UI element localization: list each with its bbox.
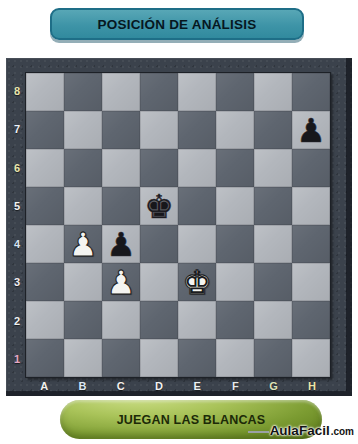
square-c6[interactable] [102,149,140,187]
square-g1[interactable] [254,339,292,377]
chess-board[interactable]: ♟♚♟♟♟♚ [25,72,331,378]
square-b4[interactable]: ♟ [64,225,102,263]
square-f8[interactable] [216,73,254,111]
rank-label-1: 1 [10,340,24,378]
file-label-F: F [216,378,254,394]
square-h6[interactable] [292,149,330,187]
file-labels: ABCDEFGH [25,378,331,394]
square-c1[interactable] [102,339,140,377]
rank-label-7: 7 [10,110,24,148]
square-a2[interactable] [26,301,64,339]
square-a5[interactable] [26,187,64,225]
square-b3[interactable] [64,263,102,301]
square-e1[interactable] [178,339,216,377]
page: POSICIÓN DE ANÁLISIS 87654321 ♟♚♟♟♟♚ ABC… [0,0,358,444]
square-g8[interactable] [254,73,292,111]
square-e3[interactable]: ♚ [178,263,216,301]
square-d4[interactable] [140,225,178,263]
square-b8[interactable] [64,73,102,111]
logo-tld: .com [331,426,354,437]
square-d7[interactable] [140,111,178,149]
square-h8[interactable] [292,73,330,111]
white-pawn[interactable]: ♟ [102,263,140,301]
square-h1[interactable] [292,339,330,377]
square-e5[interactable] [178,187,216,225]
rank-labels: 87654321 [10,72,24,378]
square-c5[interactable] [102,187,140,225]
square-h4[interactable] [292,225,330,263]
black-pawn[interactable]: ♟ [102,225,140,263]
square-d6[interactable] [140,149,178,187]
square-b2[interactable] [64,301,102,339]
square-g6[interactable] [254,149,292,187]
rank-label-2: 2 [10,302,24,340]
square-g2[interactable] [254,301,292,339]
square-d8[interactable] [140,73,178,111]
square-f7[interactable] [216,111,254,149]
file-label-G: G [255,378,293,394]
square-h5[interactable] [292,187,330,225]
black-king[interactable]: ♚ [140,187,178,225]
analysis-position-banner: POSICIÓN DE ANÁLISIS [50,8,304,40]
square-f6[interactable] [216,149,254,187]
square-c4[interactable]: ♟ [102,225,140,263]
square-c3[interactable]: ♟ [102,263,140,301]
square-b6[interactable] [64,149,102,187]
square-f5[interactable] [216,187,254,225]
square-a1[interactable] [26,339,64,377]
square-e8[interactable] [178,73,216,111]
square-c2[interactable] [102,301,140,339]
file-label-H: H [293,378,331,394]
file-label-D: D [140,378,178,394]
square-d5[interactable]: ♚ [140,187,178,225]
square-f3[interactable] [216,263,254,301]
square-c7[interactable] [102,111,140,149]
file-label-C: C [102,378,140,394]
square-f1[interactable] [216,339,254,377]
square-a4[interactable] [26,225,64,263]
square-g7[interactable] [254,111,292,149]
white-king[interactable]: ♚ [178,263,216,301]
square-h3[interactable] [292,263,330,301]
side-to-move-label: JUEGAN LAS BLANCAS [117,413,266,427]
white-pawn[interactable]: ♟ [64,225,102,263]
square-a3[interactable] [26,263,64,301]
rank-label-3: 3 [10,263,24,301]
square-a7[interactable] [26,111,64,149]
square-f2[interactable] [216,301,254,339]
square-e2[interactable] [178,301,216,339]
aulafacil-logo[interactable]: AulaFacil .com [248,423,354,438]
square-e6[interactable] [178,149,216,187]
square-f4[interactable] [216,225,254,263]
rank-label-4: 4 [10,225,24,263]
square-c8[interactable] [102,73,140,111]
square-b7[interactable] [64,111,102,149]
square-d3[interactable] [140,263,178,301]
square-a6[interactable] [26,149,64,187]
rank-label-8: 8 [10,72,24,110]
logo-line [248,431,269,433]
logo-name: AulaFacil [270,423,330,438]
board-frame: 87654321 ♟♚♟♟♟♚ ABCDEFGH [6,58,352,396]
square-b5[interactable] [64,187,102,225]
square-d2[interactable] [140,301,178,339]
square-e7[interactable] [178,111,216,149]
square-a8[interactable] [26,73,64,111]
black-pawn[interactable]: ♟ [292,111,330,149]
analysis-position-title: POSICIÓN DE ANÁLISIS [98,17,257,32]
file-label-E: E [178,378,216,394]
square-h2[interactable] [292,301,330,339]
file-label-B: B [63,378,101,394]
rank-label-6: 6 [10,149,24,187]
square-b1[interactable] [64,339,102,377]
square-g4[interactable] [254,225,292,263]
rank-label-5: 5 [10,187,24,225]
square-g3[interactable] [254,263,292,301]
square-e4[interactable] [178,225,216,263]
file-label-A: A [25,378,63,394]
square-h7[interactable]: ♟ [292,111,330,149]
square-d1[interactable] [140,339,178,377]
square-g5[interactable] [254,187,292,225]
